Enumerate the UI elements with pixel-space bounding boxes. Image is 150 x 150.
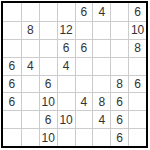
cell-r8c6-empty[interactable] bbox=[92, 128, 110, 146]
cell-r4c6-empty[interactable] bbox=[92, 57, 110, 75]
cell-r2c5-empty[interactable] bbox=[75, 21, 93, 39]
cell-r2c2-clue[interactable]: 8 bbox=[21, 21, 39, 39]
cell-r7c1-empty[interactable] bbox=[3, 110, 21, 128]
cell-r6c4-empty[interactable] bbox=[57, 92, 75, 110]
cell-r1c6-clue[interactable]: 4 bbox=[92, 3, 110, 21]
cell-r7c8-empty[interactable] bbox=[128, 110, 146, 128]
cell-r5c8-clue[interactable]: 6 bbox=[128, 75, 146, 93]
cell-r1c4-empty[interactable] bbox=[57, 3, 75, 21]
cell-r3c1-empty[interactable] bbox=[3, 39, 21, 57]
cell-r1c1-empty[interactable] bbox=[3, 3, 21, 21]
cell-r2c4-clue[interactable]: 12 bbox=[57, 21, 75, 39]
cell-r3c6-empty[interactable] bbox=[92, 39, 110, 57]
cell-r4c8-empty[interactable] bbox=[128, 57, 146, 75]
cell-r5c3-clue[interactable]: 6 bbox=[39, 75, 57, 93]
cell-r8c1-empty[interactable] bbox=[3, 128, 21, 146]
cell-r4c7-empty[interactable] bbox=[110, 57, 128, 75]
cell-r5c5-empty[interactable] bbox=[75, 75, 93, 93]
cell-r6c1-clue[interactable]: 6 bbox=[3, 92, 21, 110]
cell-r2c3-empty[interactable] bbox=[39, 21, 57, 39]
cell-r2c8-clue[interactable]: 10 bbox=[128, 21, 146, 39]
cell-r8c8-empty[interactable] bbox=[128, 128, 146, 146]
cell-r3c2-empty[interactable] bbox=[21, 39, 39, 57]
cell-r7c4-clue[interactable]: 10 bbox=[57, 110, 75, 128]
cell-r5c6-empty[interactable] bbox=[92, 75, 110, 93]
cell-r4c3-empty[interactable] bbox=[39, 57, 57, 75]
cell-r4c4-clue[interactable]: 4 bbox=[57, 57, 75, 75]
cell-r4c2-clue[interactable]: 4 bbox=[21, 57, 39, 75]
cell-r4c1-clue[interactable]: 6 bbox=[3, 57, 21, 75]
cell-r7c2-empty[interactable] bbox=[21, 110, 39, 128]
cell-r3c8-clue[interactable]: 8 bbox=[128, 39, 146, 57]
cell-r7c5-empty[interactable] bbox=[75, 110, 93, 128]
cell-r5c2-empty[interactable] bbox=[21, 75, 39, 93]
cell-r6c8-empty[interactable] bbox=[128, 92, 146, 110]
cell-r8c5-empty[interactable] bbox=[75, 128, 93, 146]
cell-r1c7-empty[interactable] bbox=[110, 3, 128, 21]
cell-r3c4-clue[interactable]: 6 bbox=[57, 39, 75, 57]
cell-r6c3-clue[interactable]: 10 bbox=[39, 92, 57, 110]
cell-r8c4-empty[interactable] bbox=[57, 128, 75, 146]
cell-r5c1-clue[interactable]: 6 bbox=[3, 75, 21, 93]
cell-r6c7-clue[interactable]: 6 bbox=[110, 92, 128, 110]
cell-r8c2-empty[interactable] bbox=[21, 128, 39, 146]
cell-r2c1-empty[interactable] bbox=[3, 21, 21, 39]
cell-r6c2-empty[interactable] bbox=[21, 92, 39, 110]
cell-r3c7-empty[interactable] bbox=[110, 39, 128, 57]
cell-r3c3-empty[interactable] bbox=[39, 39, 57, 57]
puzzle-board: 64681210668644668661048661046106 bbox=[1, 1, 148, 148]
cell-r3c5-clue[interactable]: 6 bbox=[75, 39, 93, 57]
cell-r1c3-empty[interactable] bbox=[39, 3, 57, 21]
cell-r6c5-clue[interactable]: 4 bbox=[75, 92, 93, 110]
cell-r1c2-empty[interactable] bbox=[21, 3, 39, 21]
cell-r8c3-clue[interactable]: 10 bbox=[39, 128, 57, 146]
cell-r2c7-empty[interactable] bbox=[110, 21, 128, 39]
puzzle-screenshot: 64681210668644668661048661046106 bbox=[0, 0, 150, 150]
cell-r7c7-clue[interactable]: 6 bbox=[110, 110, 128, 128]
cell-r8c7-clue[interactable]: 6 bbox=[110, 128, 128, 146]
cell-r1c5-clue[interactable]: 6 bbox=[75, 3, 93, 21]
cell-r7c6-clue[interactable]: 4 bbox=[92, 110, 110, 128]
cell-r2c6-empty[interactable] bbox=[92, 21, 110, 39]
cell-r5c7-clue[interactable]: 8 bbox=[110, 75, 128, 93]
cell-r5c4-empty[interactable] bbox=[57, 75, 75, 93]
cell-r7c3-clue[interactable]: 6 bbox=[39, 110, 57, 128]
cell-r1c8-clue[interactable]: 6 bbox=[128, 3, 146, 21]
cell-r4c5-empty[interactable] bbox=[75, 57, 93, 75]
cell-r6c6-clue[interactable]: 8 bbox=[92, 92, 110, 110]
